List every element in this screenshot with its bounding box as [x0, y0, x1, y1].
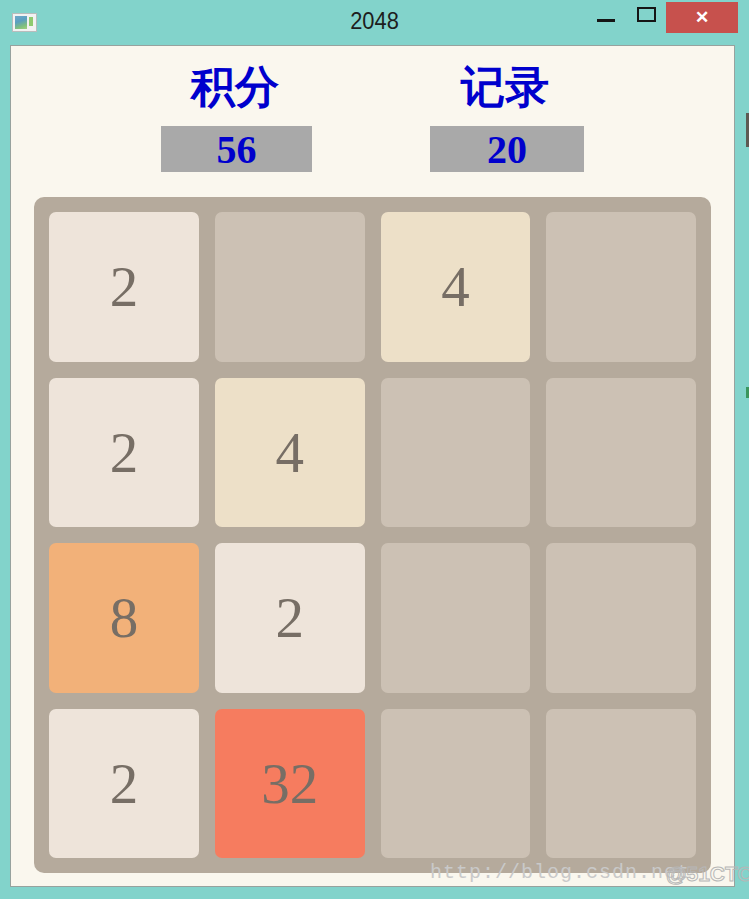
maximize-button[interactable]: [637, 7, 656, 22]
close-button[interactable]: ✕: [666, 2, 738, 33]
empty-cell-r2c3: [381, 378, 531, 528]
board: 242482232: [34, 197, 711, 873]
tile-2-r1c1: 2: [49, 212, 199, 362]
empty-cell-r1c4: [546, 212, 696, 362]
best-value: 20: [430, 126, 584, 172]
tile-4-r2c2: 4: [215, 378, 365, 528]
game-client-area: 积分 56 记录 20 242482232: [10, 45, 735, 887]
watermark: http://blog.csdn.net @51CTO博客: [430, 861, 690, 884]
score-label: 积分: [150, 62, 320, 114]
best-label: 记录: [420, 62, 590, 114]
watermark-badge: @51CTO博客: [666, 860, 749, 888]
tile-4-r1c3: 4: [381, 212, 531, 362]
empty-cell-r1c2: [215, 212, 365, 362]
score-value: 56: [161, 126, 312, 172]
watermark-url: http://blog.csdn.net: [430, 861, 690, 884]
tile-2-r2c1: 2: [49, 378, 199, 528]
minimize-button[interactable]: [597, 19, 615, 22]
empty-cell-r3c3: [381, 543, 531, 693]
tile-32-r4c2: 32: [215, 709, 365, 859]
title-bar[interactable]: 2048 ✕: [0, 0, 749, 45]
tile-2-r3c2: 2: [215, 543, 365, 693]
tile-2-r4c1: 2: [49, 709, 199, 859]
tile-8-r3c1: 8: [49, 543, 199, 693]
empty-cell-r2c4: [546, 378, 696, 528]
empty-cell-r4c3: [381, 709, 531, 859]
window-title: 2048: [19, 8, 731, 35]
empty-cell-r3c4: [546, 543, 696, 693]
empty-cell-r4c4: [546, 709, 696, 859]
app-window: 2048 ✕ 积分 56 记录 20 242482232 http://blog…: [0, 0, 749, 899]
